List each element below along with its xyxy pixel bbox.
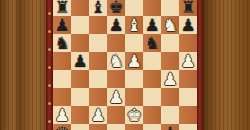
square-c5[interactable] — [89, 52, 107, 70]
square-b3[interactable] — [71, 88, 89, 106]
square-e5[interactable]: ♟ — [125, 52, 143, 70]
square-g1[interactable]: ♝ — [161, 124, 179, 130]
trim-stud-dot — [48, 102, 51, 105]
black-queen-a1[interactable]: ♛ — [54, 124, 69, 130]
square-d3[interactable]: ♟ — [107, 88, 125, 106]
white-knight-g7[interactable]: ♞ — [162, 16, 177, 34]
square-b6[interactable] — [71, 34, 89, 52]
square-d6[interactable] — [107, 34, 125, 52]
square-a1[interactable]: ♛ — [53, 124, 71, 130]
trim-stud-dot — [48, 12, 51, 15]
black-rook-a8[interactable]: ♜ — [54, 0, 69, 16]
chess-board[interactable]: ♜♝♚♜♟♟♝♟♞♟♞♞♟♞♟♟♟♟♟♟♚♛♝ — [53, 0, 197, 130]
black-bishop-c8[interactable]: ♝ — [90, 0, 105, 16]
square-f2[interactable] — [143, 106, 161, 124]
trim-stud-dot — [48, 48, 51, 51]
square-d8[interactable]: ♚ — [107, 0, 125, 16]
chess-scene: ♜♝♚♜♟♟♝♟♞♟♞♞♟♞♟♟♟♟♟♟♚♛♝ — [0, 0, 250, 130]
square-c3[interactable] — [89, 88, 107, 106]
white-pawn-d3[interactable]: ♟ — [108, 88, 123, 106]
square-b4[interactable] — [71, 70, 89, 88]
square-c4[interactable] — [89, 70, 107, 88]
square-f1[interactable] — [143, 124, 161, 130]
square-g4[interactable]: ♟ — [161, 70, 179, 88]
square-a2[interactable]: ♟ — [53, 106, 71, 124]
square-e2[interactable]: ♚ — [125, 106, 143, 124]
white-pawn-g4[interactable]: ♟ — [162, 70, 177, 88]
black-bishop-g1[interactable]: ♝ — [162, 124, 177, 130]
board-trim-left — [46, 0, 53, 130]
white-pawn-h5[interactable]: ♟ — [180, 52, 195, 70]
black-rook-h8[interactable]: ♜ — [180, 0, 195, 16]
square-h3[interactable] — [179, 88, 197, 106]
square-h2[interactable] — [179, 106, 197, 124]
square-d1[interactable] — [107, 124, 125, 130]
square-c2[interactable]: ♟ — [89, 106, 107, 124]
square-b7[interactable] — [71, 16, 89, 34]
square-f6[interactable]: ♞ — [143, 34, 161, 52]
white-knight-d5[interactable]: ♞ — [108, 52, 123, 70]
black-knight-a6[interactable]: ♞ — [54, 34, 69, 52]
square-g2[interactable] — [161, 106, 179, 124]
square-e3[interactable] — [125, 88, 143, 106]
black-pawn-f7[interactable]: ♟ — [144, 16, 159, 34]
square-c8[interactable]: ♝ — [89, 0, 107, 16]
black-knight-f6[interactable]: ♞ — [144, 34, 159, 52]
square-g5[interactable] — [161, 52, 179, 70]
black-pawn-b5[interactable]: ♟ — [72, 52, 87, 70]
square-f4[interactable] — [143, 70, 161, 88]
square-h8[interactable]: ♜ — [179, 0, 197, 16]
square-g6[interactable] — [161, 34, 179, 52]
square-b2[interactable] — [71, 106, 89, 124]
white-pawn-a2[interactable]: ♟ — [54, 106, 69, 124]
trim-stud-dot — [48, 120, 51, 123]
square-a8[interactable]: ♜ — [53, 0, 71, 16]
black-king-d8[interactable]: ♚ — [108, 0, 123, 16]
white-pawn-c2[interactable]: ♟ — [90, 106, 105, 124]
square-f5[interactable] — [143, 52, 161, 70]
trim-stud-dot — [48, 84, 51, 87]
square-a3[interactable] — [53, 88, 71, 106]
square-a4[interactable] — [53, 70, 71, 88]
square-b8[interactable] — [71, 0, 89, 16]
square-h5[interactable]: ♟ — [179, 52, 197, 70]
white-king-e2[interactable]: ♚ — [126, 106, 141, 124]
square-d2[interactable] — [107, 106, 125, 124]
square-h4[interactable] — [179, 70, 197, 88]
square-b1[interactable] — [71, 124, 89, 130]
trim-stud-dot — [48, 30, 51, 33]
black-pawn-h7[interactable]: ♟ — [180, 16, 195, 34]
square-d7[interactable]: ♟ — [107, 16, 125, 34]
square-g7[interactable]: ♞ — [161, 16, 179, 34]
square-g8[interactable] — [161, 0, 179, 16]
square-c7[interactable] — [89, 16, 107, 34]
board-trim-right — [197, 0, 203, 130]
square-f7[interactable]: ♟ — [143, 16, 161, 34]
square-d4[interactable] — [107, 70, 125, 88]
square-h1[interactable] — [179, 124, 197, 130]
square-b5[interactable]: ♟ — [71, 52, 89, 70]
square-c6[interactable] — [89, 34, 107, 52]
square-g3[interactable] — [161, 88, 179, 106]
square-e1[interactable] — [125, 124, 143, 130]
square-h6[interactable] — [179, 34, 197, 52]
square-f8[interactable] — [143, 0, 161, 16]
square-e8[interactable] — [125, 0, 143, 16]
black-pawn-a7[interactable]: ♟ — [54, 16, 69, 34]
wood-table-right — [203, 0, 250, 130]
square-a6[interactable]: ♞ — [53, 34, 71, 52]
trim-stud-dot — [48, 66, 51, 69]
white-bishop-e7[interactable]: ♝ — [126, 16, 141, 34]
square-e6[interactable] — [125, 34, 143, 52]
square-a5[interactable] — [53, 52, 71, 70]
square-c1[interactable] — [89, 124, 107, 130]
square-f3[interactable] — [143, 88, 161, 106]
square-e4[interactable] — [125, 70, 143, 88]
square-d5[interactable]: ♞ — [107, 52, 125, 70]
square-e7[interactable]: ♝ — [125, 16, 143, 34]
white-pawn-e5[interactable]: ♟ — [126, 52, 141, 70]
square-h7[interactable]: ♟ — [179, 16, 197, 34]
black-pawn-d7[interactable]: ♟ — [108, 16, 123, 34]
square-a7[interactable]: ♟ — [53, 16, 71, 34]
wood-table-left — [0, 0, 46, 130]
